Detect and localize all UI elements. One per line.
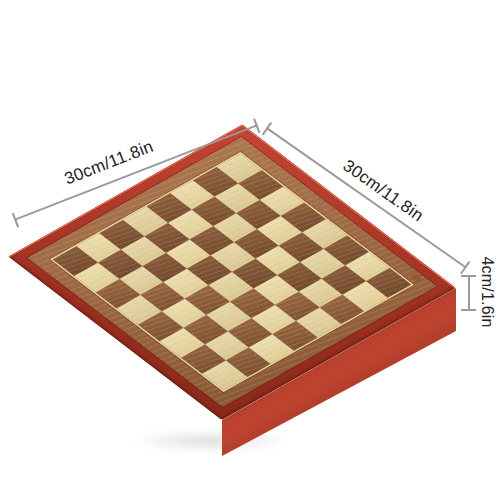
height-dimension-label: 4cm/1.6in	[478, 256, 496, 327]
height-dimension-line	[468, 275, 470, 311]
chessboard-product-photo: 30cm/11.8in 30cm/11.8in 4cm/1.6in	[0, 0, 500, 500]
